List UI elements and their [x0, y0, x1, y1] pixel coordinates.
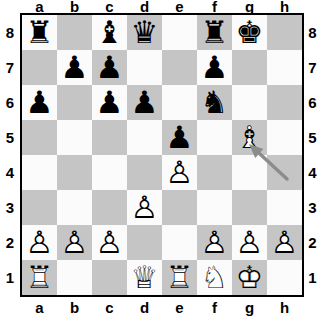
piece-outline-layer: ♙ [127, 190, 162, 225]
piece-white-king[interactable]: ♚♔ [232, 260, 267, 295]
square-d7[interactable] [127, 50, 162, 85]
piece-white-bishop[interactable]: ♝♗ [232, 120, 267, 155]
square-a1[interactable]: ♜♖ [22, 260, 57, 295]
file-label-b: b [57, 297, 92, 321]
square-d4[interactable] [127, 155, 162, 190]
square-d1[interactable]: ♛♕ [127, 260, 162, 295]
square-g2[interactable]: ♟♙ [232, 225, 267, 260]
square-g6[interactable] [232, 85, 267, 120]
rank-label-2: 2 [0, 225, 20, 260]
piece-outline-layer: ♙ [57, 225, 92, 260]
square-a7[interactable] [22, 50, 57, 85]
rank-label-8: 8 [0, 15, 20, 50]
piece-black-pawn[interactable]: ♟ [92, 85, 127, 120]
square-d6[interactable]: ♟ [127, 85, 162, 120]
square-h7[interactable] [267, 50, 302, 85]
piece-outline-layer: ♙ [22, 225, 57, 260]
rank-label-7: 7 [303, 50, 322, 85]
square-c4[interactable] [92, 155, 127, 190]
square-f1[interactable]: ♞♘ [197, 260, 232, 295]
rank-label-5: 5 [303, 120, 322, 155]
square-e3[interactable] [162, 190, 197, 225]
file-label-d: d [127, 297, 162, 321]
piece-white-pawn[interactable]: ♟♙ [197, 225, 232, 260]
file-labels-top: abcdefgh [22, 0, 302, 14]
square-a4[interactable] [22, 155, 57, 190]
rank-label-6: 6 [0, 85, 20, 120]
square-e6[interactable] [162, 85, 197, 120]
file-label-e: e [162, 297, 197, 321]
piece-white-pawn[interactable]: ♟♙ [127, 190, 162, 225]
square-h6[interactable] [267, 85, 302, 120]
file-label-f: f [197, 297, 232, 321]
square-f5[interactable] [197, 120, 232, 155]
rank-label-2: 2 [303, 225, 322, 260]
file-label-c: c [92, 297, 127, 321]
piece-outline-layer: ♕ [127, 260, 162, 295]
rank-label-7: 7 [0, 50, 20, 85]
piece-outline-layer: ♙ [162, 155, 197, 190]
square-g8[interactable]: ♚ [232, 15, 267, 50]
square-c1[interactable] [92, 260, 127, 295]
square-c6[interactable]: ♟ [92, 85, 127, 120]
piece-outline-layer: ♙ [232, 225, 267, 260]
rank-label-8: 8 [303, 15, 322, 50]
square-e1[interactable]: ♜♖ [162, 260, 197, 295]
square-b3[interactable] [57, 190, 92, 225]
piece-outline-layer: ♙ [267, 225, 302, 260]
rank-label-1: 1 [303, 260, 322, 295]
square-e5[interactable]: ♟ [162, 120, 197, 155]
piece-white-rook[interactable]: ♜♖ [22, 260, 57, 295]
piece-black-rook[interactable]: ♜ [197, 15, 232, 50]
square-c3[interactable] [92, 190, 127, 225]
rank-label-5: 5 [0, 120, 20, 155]
square-g4[interactable] [232, 155, 267, 190]
square-d2[interactable] [127, 225, 162, 260]
rank-labels-right: 87654321 [303, 15, 322, 295]
square-c8[interactable]: ♝ [92, 15, 127, 50]
piece-black-rook[interactable]: ♜ [22, 15, 57, 50]
square-c7[interactable]: ♟ [92, 50, 127, 85]
piece-white-pawn[interactable]: ♟♙ [57, 225, 92, 260]
piece-black-queen[interactable]: ♛ [127, 15, 162, 50]
square-f2[interactable]: ♟♙ [197, 225, 232, 260]
square-e8[interactable] [162, 15, 197, 50]
rank-label-4: 4 [303, 155, 322, 190]
rank-label-3: 3 [0, 190, 20, 225]
square-c2[interactable]: ♟♙ [92, 225, 127, 260]
square-a2[interactable]: ♟♙ [22, 225, 57, 260]
piece-black-pawn[interactable]: ♟ [22, 85, 57, 120]
piece-outline-layer: ♔ [232, 260, 267, 295]
piece-outline-layer: ♖ [162, 260, 197, 295]
rank-label-3: 3 [303, 190, 322, 225]
square-f4[interactable] [197, 155, 232, 190]
square-e4[interactable]: ♟♙ [162, 155, 197, 190]
piece-white-pawn[interactable]: ♟♙ [162, 155, 197, 190]
square-f6[interactable]: ♞ [197, 85, 232, 120]
piece-black-knight[interactable]: ♞ [197, 85, 232, 120]
piece-white-knight[interactable]: ♞♘ [197, 260, 232, 295]
piece-white-rook[interactable]: ♜♖ [162, 260, 197, 295]
rank-label-4: 4 [0, 155, 20, 190]
piece-white-pawn[interactable]: ♟♙ [92, 225, 127, 260]
square-f3[interactable] [197, 190, 232, 225]
piece-outline-layer: ♗ [232, 120, 267, 155]
square-b8[interactable] [57, 15, 92, 50]
piece-outline-layer: ♙ [197, 225, 232, 260]
square-b2[interactable]: ♟♙ [57, 225, 92, 260]
file-label-g: g [232, 297, 267, 321]
square-a5[interactable] [22, 120, 57, 155]
square-h5[interactable] [267, 120, 302, 155]
file-label-a: a [22, 297, 57, 321]
piece-black-pawn[interactable]: ♟ [57, 50, 92, 85]
square-b4[interactable] [57, 155, 92, 190]
rank-labels-left: 87654321 [0, 15, 20, 295]
square-d3[interactable]: ♟♙ [127, 190, 162, 225]
square-a3[interactable] [22, 190, 57, 225]
piece-white-pawn[interactable]: ♟♙ [232, 225, 267, 260]
piece-outline-layer: ♙ [92, 225, 127, 260]
square-a6[interactable]: ♟ [22, 85, 57, 120]
piece-black-pawn[interactable]: ♟ [127, 85, 162, 120]
piece-black-pawn[interactable]: ♟ [197, 50, 232, 85]
piece-white-queen[interactable]: ♛♕ [127, 260, 162, 295]
piece-black-bishop[interactable]: ♝ [92, 15, 127, 50]
square-c5[interactable] [92, 120, 127, 155]
piece-black-king[interactable]: ♚ [232, 15, 267, 50]
square-h4[interactable] [267, 155, 302, 190]
square-b7[interactable]: ♟ [57, 50, 92, 85]
square-f8[interactable]: ♜ [197, 15, 232, 50]
square-e2[interactable] [162, 225, 197, 260]
rank-label-6: 6 [303, 85, 322, 120]
square-h2[interactable]: ♟♙ [267, 225, 302, 260]
square-h8[interactable] [267, 15, 302, 50]
piece-outline-layer: ♖ [22, 260, 57, 295]
square-e7[interactable] [162, 50, 197, 85]
piece-white-pawn[interactable]: ♟♙ [22, 225, 57, 260]
square-d8[interactable]: ♛ [127, 15, 162, 50]
piece-outline-layer: ♘ [197, 260, 232, 295]
square-h3[interactable] [267, 190, 302, 225]
board: ♜♝♛♜♚♟♟♟♟♟♟♞♟♝♗♟♙♟♙♟♙♟♙♟♙♟♙♟♙♟♙♜♖♛♕♜♖♞♘♚… [20, 13, 304, 297]
piece-black-pawn[interactable]: ♟ [162, 120, 197, 155]
piece-white-pawn[interactable]: ♟♙ [267, 225, 302, 260]
rank-label-1: 1 [0, 260, 20, 295]
square-d5[interactable] [127, 120, 162, 155]
piece-black-pawn[interactable]: ♟ [92, 50, 127, 85]
square-g3[interactable] [232, 190, 267, 225]
square-g5[interactable]: ♝♗ [232, 120, 267, 155]
file-label-h: h [267, 297, 302, 321]
square-g7[interactable] [232, 50, 267, 85]
square-f7[interactable]: ♟ [197, 50, 232, 85]
square-b6[interactable] [57, 85, 92, 120]
square-b1[interactable] [57, 260, 92, 295]
file-labels-bottom: abcdefgh [22, 297, 302, 321]
chessboard-app: abcdefgh abcdefgh 87654321 87654321 ♜♝♛♜… [0, 0, 322, 322]
square-a8[interactable]: ♜ [22, 15, 57, 50]
square-g1[interactable]: ♚♔ [232, 260, 267, 295]
square-b5[interactable] [57, 120, 92, 155]
square-h1[interactable] [267, 260, 302, 295]
